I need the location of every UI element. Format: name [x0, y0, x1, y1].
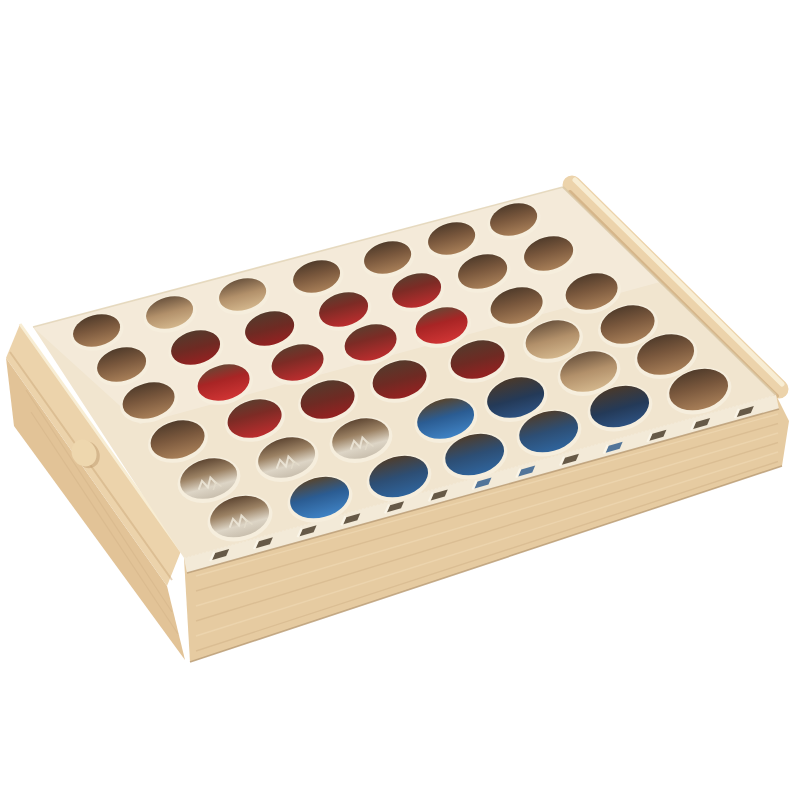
product-photo: Wooden Connect Four (4 in a row) travel … [0, 0, 800, 800]
connect-four-board-photo [0, 0, 800, 800]
